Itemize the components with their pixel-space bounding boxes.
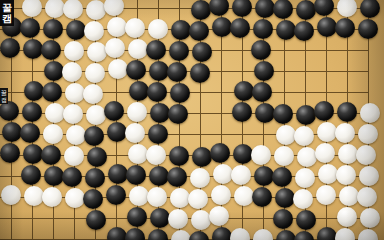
black-stone bbox=[254, 166, 274, 186]
black-stone bbox=[148, 229, 168, 240]
white-stone bbox=[337, 207, 357, 227]
black-stone bbox=[275, 188, 295, 208]
black-stone bbox=[171, 20, 191, 40]
white-stone bbox=[209, 206, 229, 226]
white-stone bbox=[295, 168, 315, 188]
black-stone bbox=[273, 104, 293, 124]
black-stone bbox=[146, 40, 166, 60]
black-stone bbox=[189, 21, 209, 41]
black-stone bbox=[41, 40, 61, 60]
white-stone bbox=[128, 144, 148, 164]
black-stone bbox=[23, 144, 43, 164]
black-stone bbox=[150, 208, 170, 228]
black-stone bbox=[233, 144, 253, 164]
black-stone bbox=[107, 227, 127, 240]
white-stone bbox=[190, 168, 210, 188]
white-stone bbox=[65, 188, 85, 208]
white-stone bbox=[42, 187, 62, 207]
white-stone bbox=[335, 228, 355, 240]
black-stone bbox=[170, 83, 190, 103]
white-stone bbox=[360, 103, 380, 123]
black-stone bbox=[272, 167, 292, 187]
white-stone bbox=[213, 164, 233, 184]
black-stone bbox=[255, 0, 275, 18]
black-stone bbox=[20, 123, 40, 143]
black-stone bbox=[2, 122, 22, 142]
white-stone bbox=[191, 210, 211, 230]
black-stone bbox=[212, 17, 232, 37]
black-stone bbox=[294, 21, 314, 41]
black-stone bbox=[149, 61, 169, 81]
white-stone bbox=[104, 0, 124, 16]
black-stone bbox=[254, 61, 274, 81]
black-stone bbox=[230, 18, 250, 38]
white-stone bbox=[251, 145, 271, 165]
black-stone bbox=[62, 167, 82, 187]
black-stone bbox=[234, 81, 254, 101]
black-stone bbox=[189, 231, 209, 240]
black-stone bbox=[21, 165, 41, 185]
black-stone bbox=[314, 101, 334, 121]
black-stone bbox=[126, 165, 146, 185]
white-stone bbox=[86, 0, 106, 20]
black-stone bbox=[360, 0, 380, 18]
white-stone bbox=[129, 186, 149, 206]
black-stone bbox=[24, 81, 44, 101]
black-stone bbox=[20, 18, 40, 38]
black-stone bbox=[212, 227, 232, 240]
black-stone bbox=[252, 187, 272, 207]
white-stone bbox=[45, 103, 65, 123]
white-stone bbox=[336, 165, 356, 185]
black-stone bbox=[337, 102, 357, 122]
white-stone bbox=[62, 62, 82, 82]
black-stone bbox=[85, 168, 105, 188]
black-stone bbox=[314, 0, 334, 16]
white-stone bbox=[276, 125, 296, 145]
white-stone bbox=[63, 104, 83, 124]
black-stone bbox=[87, 147, 107, 167]
black-stone bbox=[129, 81, 149, 101]
black-stone bbox=[147, 82, 167, 102]
go-board: 꿀 캠 꿀 캠 bbox=[0, 0, 384, 240]
white-stone bbox=[274, 146, 294, 166]
black-stone bbox=[276, 230, 296, 240]
white-stone bbox=[211, 185, 231, 205]
black-stone bbox=[191, 0, 211, 20]
white-stone bbox=[339, 186, 359, 206]
black-stone bbox=[0, 143, 20, 163]
black-stone bbox=[192, 147, 212, 167]
white-stone bbox=[108, 59, 128, 79]
white-stone bbox=[64, 146, 84, 166]
black-stone bbox=[232, 102, 252, 122]
black-stone bbox=[296, 105, 316, 125]
white-stone bbox=[337, 0, 357, 17]
black-stone bbox=[210, 143, 230, 163]
white-stone bbox=[125, 18, 145, 38]
black-stone bbox=[0, 101, 19, 121]
stones bbox=[0, 0, 384, 240]
white-stone bbox=[335, 123, 355, 143]
white-stone bbox=[316, 185, 336, 205]
white-stone bbox=[147, 187, 167, 207]
white-stone bbox=[125, 123, 145, 143]
white-stone bbox=[253, 229, 273, 240]
white-stone bbox=[188, 189, 208, 209]
white-stone bbox=[24, 186, 44, 206]
white-stone bbox=[146, 145, 166, 165]
black-stone bbox=[276, 20, 296, 40]
black-stone bbox=[125, 228, 145, 240]
white-stone bbox=[358, 229, 378, 240]
white-stone bbox=[170, 188, 190, 208]
black-stone bbox=[22, 102, 42, 122]
white-stone bbox=[128, 39, 148, 59]
black-stone bbox=[169, 41, 189, 61]
black-stone bbox=[41, 145, 61, 165]
black-stone bbox=[66, 20, 86, 40]
black-stone bbox=[86, 210, 106, 230]
white-stone bbox=[64, 41, 84, 61]
black-stone bbox=[126, 60, 146, 80]
white-stone bbox=[231, 165, 251, 185]
black-stone bbox=[169, 146, 189, 166]
white-stone bbox=[234, 186, 254, 206]
black-stone bbox=[149, 166, 169, 186]
black-stone bbox=[150, 103, 170, 123]
white-stone bbox=[293, 189, 313, 209]
white-stone bbox=[43, 124, 63, 144]
black-stone bbox=[209, 0, 229, 16]
white-stone bbox=[63, 0, 83, 19]
white-stone bbox=[338, 144, 358, 164]
black-stone bbox=[23, 39, 43, 59]
white-stone bbox=[318, 164, 338, 184]
white-stone bbox=[105, 38, 125, 58]
black-stone bbox=[192, 42, 212, 62]
white-stone bbox=[22, 0, 42, 17]
black-stone bbox=[317, 227, 337, 240]
white-stone bbox=[297, 147, 317, 167]
black-stone bbox=[251, 40, 271, 60]
white-stone bbox=[294, 126, 314, 146]
white-stone bbox=[315, 143, 335, 163]
black-stone bbox=[167, 167, 187, 187]
black-stone bbox=[273, 0, 293, 19]
black-stone bbox=[104, 101, 124, 121]
white-stone bbox=[357, 187, 377, 207]
black-stone bbox=[273, 209, 293, 229]
white-stone bbox=[127, 102, 147, 122]
black-stone bbox=[252, 82, 272, 102]
black-stone bbox=[43, 19, 63, 39]
white-stone bbox=[45, 0, 65, 18]
black-stone bbox=[44, 61, 64, 81]
black-stone bbox=[167, 62, 187, 82]
black-stone bbox=[42, 82, 62, 102]
white-stone bbox=[1, 185, 21, 205]
broadcast-watermark-small: 꿀 캠 bbox=[0, 88, 8, 104]
white-stone bbox=[148, 19, 168, 39]
black-stone bbox=[148, 124, 168, 144]
white-stone bbox=[83, 84, 103, 104]
white-stone bbox=[358, 124, 378, 144]
black-stone bbox=[317, 17, 337, 37]
white-stone bbox=[87, 42, 107, 62]
white-stone bbox=[171, 230, 191, 240]
black-stone bbox=[255, 103, 275, 123]
black-stone bbox=[294, 231, 314, 240]
white-stone bbox=[356, 145, 376, 165]
white-stone bbox=[65, 83, 85, 103]
black-stone bbox=[232, 0, 252, 17]
white-stone bbox=[66, 125, 86, 145]
black-stone bbox=[83, 189, 103, 209]
white-stone bbox=[107, 17, 127, 37]
black-stone bbox=[358, 19, 378, 39]
white-stone bbox=[230, 228, 250, 240]
black-stone bbox=[296, 210, 316, 230]
black-stone bbox=[296, 0, 316, 20]
white-stone bbox=[317, 122, 337, 142]
white-stone bbox=[85, 63, 105, 83]
black-stone bbox=[335, 18, 355, 38]
white-stone bbox=[359, 166, 379, 186]
black-stone bbox=[253, 19, 273, 39]
black-stone bbox=[106, 185, 126, 205]
black-stone bbox=[107, 122, 127, 142]
white-stone bbox=[86, 105, 106, 125]
black-stone bbox=[168, 104, 188, 124]
black-stone bbox=[84, 126, 104, 146]
black-stone bbox=[44, 166, 64, 186]
white-stone bbox=[84, 21, 104, 41]
broadcast-watermark: 꿀 캠 bbox=[0, 0, 14, 26]
black-stone bbox=[190, 63, 210, 83]
black-stone bbox=[108, 164, 128, 184]
white-stone bbox=[168, 209, 188, 229]
white-stone bbox=[360, 208, 380, 228]
black-stone bbox=[127, 207, 147, 227]
black-stone bbox=[0, 38, 20, 58]
